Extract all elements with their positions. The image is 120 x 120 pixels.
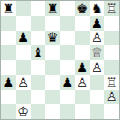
square-g7[interactable]: ♟: [90, 16, 105, 31]
square-d4[interactable]: [45, 60, 60, 75]
square-g2[interactable]: [90, 90, 105, 105]
black-pawn[interactable]: ♟: [17, 31, 29, 44]
black-king[interactable]: ♚: [76, 2, 88, 15]
square-a1[interactable]: [1, 104, 16, 119]
square-b4[interactable]: [16, 60, 31, 75]
white-pawn-outline: ♙: [16, 75, 31, 90]
black-pawn[interactable]: ♟: [76, 61, 88, 74]
white-rook[interactable]: ♜♖: [104, 75, 119, 90]
square-b3[interactable]: ♟♙: [16, 75, 31, 90]
square-h3[interactable]: ♜♖: [104, 75, 119, 90]
square-f8[interactable]: ♚: [75, 1, 90, 16]
square-c7[interactable]: [31, 16, 46, 31]
black-rook[interactable]: ♜: [47, 2, 59, 15]
square-c8[interactable]: [31, 1, 46, 16]
square-a8[interactable]: ♜: [1, 1, 16, 16]
square-a5[interactable]: [1, 45, 16, 60]
square-c1[interactable]: [31, 104, 46, 119]
square-c6[interactable]: [31, 31, 46, 46]
white-rook-outline: ♖: [104, 1, 119, 16]
square-a2[interactable]: [1, 90, 16, 105]
square-b5[interactable]: [16, 45, 31, 60]
square-g1[interactable]: [90, 104, 105, 119]
square-g3[interactable]: [90, 75, 105, 90]
white-pawn[interactable]: ♟♙: [16, 75, 31, 90]
white-rook[interactable]: ♜♖: [104, 1, 119, 16]
white-pawn[interactable]: ♟♙: [90, 60, 105, 75]
square-e1[interactable]: [60, 104, 75, 119]
white-pawn-outline: ♙: [75, 75, 90, 90]
white-king-outline: ♔: [16, 104, 31, 119]
square-f7[interactable]: [75, 16, 90, 31]
white-queen-outline: ♕: [90, 45, 105, 60]
square-g6[interactable]: ♟♙: [90, 31, 105, 46]
square-f2[interactable]: [75, 90, 90, 105]
square-h5[interactable]: [104, 45, 119, 60]
square-d3[interactable]: [45, 75, 60, 90]
white-king[interactable]: ♚♔: [16, 104, 31, 119]
square-e3[interactable]: ♟: [60, 75, 75, 90]
square-g4[interactable]: ♟♙: [90, 60, 105, 75]
white-pawn[interactable]: ♟♙: [104, 90, 119, 105]
square-f6[interactable]: [75, 31, 90, 46]
square-e7[interactable]: [60, 16, 75, 31]
black-queen[interactable]: ♛: [47, 31, 59, 44]
white-pawn[interactable]: ♟♙: [75, 75, 90, 90]
square-f3[interactable]: ♟♙: [75, 75, 90, 90]
square-h7[interactable]: [104, 16, 119, 31]
white-pawn[interactable]: ♟♙: [90, 31, 105, 46]
square-h1[interactable]: [104, 104, 119, 119]
square-d8[interactable]: ♜: [45, 1, 60, 16]
square-f4[interactable]: ♟: [75, 60, 90, 75]
square-a4[interactable]: [1, 60, 16, 75]
square-b6[interactable]: ♟: [16, 31, 31, 46]
square-d7[interactable]: [45, 16, 60, 31]
square-d6[interactable]: ♛: [45, 31, 60, 46]
black-pawn[interactable]: ♟: [3, 76, 15, 89]
square-h6[interactable]: [104, 31, 119, 46]
black-pawn[interactable]: ♟: [91, 17, 103, 30]
black-knight[interactable]: ♞: [91, 2, 103, 15]
square-c3[interactable]: [31, 75, 46, 90]
square-b2[interactable]: [16, 90, 31, 105]
white-queen[interactable]: ♛♕: [90, 45, 105, 60]
square-a3[interactable]: ♟: [1, 75, 16, 90]
black-bishop[interactable]: ♝: [32, 46, 44, 59]
black-rook[interactable]: ♜: [3, 2, 15, 15]
square-b8[interactable]: [16, 1, 31, 16]
square-e6[interactable]: [60, 31, 75, 46]
square-c2[interactable]: [31, 90, 46, 105]
square-f5[interactable]: [75, 45, 90, 60]
square-g8[interactable]: ♞: [90, 1, 105, 16]
square-e2[interactable]: [60, 90, 75, 105]
square-c4[interactable]: [31, 60, 46, 75]
white-pawn-outline: ♙: [90, 60, 105, 75]
square-h4[interactable]: [104, 60, 119, 75]
square-d5[interactable]: [45, 45, 60, 60]
square-d1[interactable]: [45, 104, 60, 119]
square-e8[interactable]: [60, 1, 75, 16]
white-rook-outline: ♖: [104, 75, 119, 90]
black-pawn[interactable]: ♟: [62, 76, 74, 89]
chess-board: ♜♜♚♞♜♖♟♟♛♟♙♝♛♕♟♟♙♟♟♙♟♟♙♜♖♟♙♚♔: [0, 0, 120, 120]
square-f1[interactable]: [75, 104, 90, 119]
square-a6[interactable]: [1, 31, 16, 46]
square-e4[interactable]: [60, 60, 75, 75]
square-e5[interactable]: [60, 45, 75, 60]
square-d2[interactable]: [45, 90, 60, 105]
square-h2[interactable]: ♟♙: [104, 90, 119, 105]
square-g5[interactable]: ♛♕: [90, 45, 105, 60]
white-pawn-outline: ♙: [90, 31, 105, 46]
square-b1[interactable]: ♚♔: [16, 104, 31, 119]
white-pawn-outline: ♙: [104, 90, 119, 105]
square-a7[interactable]: [1, 16, 16, 31]
square-c5[interactable]: ♝: [31, 45, 46, 60]
square-h8[interactable]: ♜♖: [104, 1, 119, 16]
square-b7[interactable]: [16, 16, 31, 31]
